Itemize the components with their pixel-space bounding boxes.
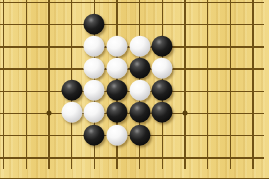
- board-intersection[interactable]: [0, 0, 15, 14]
- board-intersection[interactable]: [60, 102, 83, 124]
- board-intersection[interactable]: [38, 80, 61, 102]
- board-intersection[interactable]: [242, 58, 265, 80]
- board-intersection[interactable]: [128, 80, 151, 102]
- board-intersection[interactable]: [15, 125, 38, 147]
- board-intersection[interactable]: [219, 102, 242, 124]
- board-intersection[interactable]: [128, 125, 151, 147]
- board-intersection[interactable]: [151, 147, 174, 169]
- board-intersection[interactable]: [60, 58, 83, 80]
- board-intersection[interactable]: [60, 36, 83, 58]
- white-stone: [106, 36, 127, 57]
- board-intersection[interactable]: [242, 147, 265, 169]
- board-intersection[interactable]: [151, 125, 174, 147]
- black-stone: [61, 80, 82, 101]
- black-stone: [106, 102, 127, 123]
- board-intersection[interactable]: [15, 58, 38, 80]
- board-intersection[interactable]: [106, 80, 129, 102]
- board-intersection[interactable]: [242, 125, 265, 147]
- board-intersection[interactable]: [83, 147, 106, 169]
- black-stone: [129, 124, 150, 145]
- board-intersection[interactable]: [128, 58, 151, 80]
- board-intersection[interactable]: [196, 80, 219, 102]
- board-intersection[interactable]: [0, 125, 15, 147]
- black-stone: [152, 36, 173, 57]
- board-intersection[interactable]: [151, 58, 174, 80]
- white-stone: [129, 36, 150, 57]
- board-intersection[interactable]: [242, 14, 265, 36]
- board-intersection[interactable]: [242, 0, 265, 14]
- board-intersection[interactable]: [219, 14, 242, 36]
- board-intersection[interactable]: [174, 58, 197, 80]
- board-intersection[interactable]: [106, 14, 129, 36]
- board-intersection[interactable]: [83, 125, 106, 147]
- board-intersection[interactable]: [174, 147, 197, 169]
- board-intersection[interactable]: [151, 80, 174, 102]
- board-intersection[interactable]: [38, 36, 61, 58]
- board-intersection[interactable]: [196, 14, 219, 36]
- board-intersection[interactable]: [106, 0, 129, 14]
- board-intersection[interactable]: [219, 36, 242, 58]
- board-intersection[interactable]: [0, 58, 15, 80]
- board-intersection[interactable]: [106, 147, 129, 169]
- board-intersection[interactable]: [151, 0, 174, 14]
- board-intersection[interactable]: [128, 36, 151, 58]
- board-intersection[interactable]: [242, 36, 265, 58]
- board-intersection[interactable]: [151, 36, 174, 58]
- board-intersection[interactable]: [174, 0, 197, 14]
- board-intersection[interactable]: [60, 125, 83, 147]
- board-intersection[interactable]: [0, 14, 15, 36]
- board-intersection[interactable]: [219, 58, 242, 80]
- black-stone: [152, 102, 173, 123]
- board-intersection[interactable]: [242, 80, 265, 102]
- black-stone: [152, 80, 173, 101]
- board-intersection[interactable]: [60, 0, 83, 14]
- board-intersection[interactable]: [128, 147, 151, 169]
- board-intersection[interactable]: [0, 80, 15, 102]
- board-intersection[interactable]: [38, 58, 61, 80]
- board-intersection[interactable]: [128, 14, 151, 36]
- board-intersection[interactable]: [15, 36, 38, 58]
- white-stone: [152, 58, 173, 79]
- board-intersection[interactable]: [0, 147, 15, 169]
- black-stone: [106, 80, 127, 101]
- white-stone: [106, 124, 127, 145]
- white-stone: [129, 80, 150, 101]
- board-intersection[interactable]: [0, 36, 15, 58]
- white-stone: [106, 58, 127, 79]
- board-intersection[interactable]: [15, 0, 38, 14]
- board-intersection[interactable]: [15, 102, 38, 124]
- go-board: [0, 0, 269, 179]
- white-stone: [84, 80, 105, 101]
- board-intersection[interactable]: [174, 102, 197, 124]
- board-intersection[interactable]: [15, 14, 38, 36]
- black-stone: [129, 102, 150, 123]
- grid-line-bottom-edge: [0, 178, 269, 179]
- board-intersection[interactable]: [219, 147, 242, 169]
- board-intersection[interactable]: [38, 125, 61, 147]
- board-intersection[interactable]: [196, 147, 219, 169]
- board-intersection[interactable]: [38, 147, 61, 169]
- go-board-grid: [0, 0, 264, 169]
- board-intersection[interactable]: [106, 36, 129, 58]
- board-intersection[interactable]: [128, 0, 151, 14]
- board-intersection[interactable]: [196, 102, 219, 124]
- board-intersection[interactable]: [174, 80, 197, 102]
- board-intersection[interactable]: [60, 14, 83, 36]
- board-intersection[interactable]: [83, 58, 106, 80]
- board-intersection[interactable]: [174, 36, 197, 58]
- board-intersection[interactable]: [15, 147, 38, 169]
- board-intersection[interactable]: [196, 0, 219, 14]
- black-stone: [84, 124, 105, 145]
- board-intersection[interactable]: [38, 14, 61, 36]
- board-intersection[interactable]: [196, 36, 219, 58]
- board-intersection[interactable]: [219, 125, 242, 147]
- black-stone: [129, 58, 150, 79]
- board-intersection[interactable]: [83, 102, 106, 124]
- board-intersection[interactable]: [0, 102, 15, 124]
- board-intersection[interactable]: [83, 80, 106, 102]
- board-intersection[interactable]: [174, 125, 197, 147]
- white-stone: [84, 36, 105, 57]
- board-intersection[interactable]: [151, 102, 174, 124]
- board-intersection[interactable]: [83, 14, 106, 36]
- board-intersection[interactable]: [242, 102, 265, 124]
- board-intersection[interactable]: [60, 80, 83, 102]
- board-intersection[interactable]: [15, 80, 38, 102]
- board-intersection[interactable]: [106, 125, 129, 147]
- board-intersection[interactable]: [106, 58, 129, 80]
- board-intersection[interactable]: [128, 102, 151, 124]
- white-stone: [61, 102, 82, 123]
- board-intersection[interactable]: [106, 102, 129, 124]
- board-intersection[interactable]: [38, 0, 61, 14]
- board-intersection[interactable]: [174, 14, 197, 36]
- board-intersection[interactable]: [83, 0, 106, 14]
- board-intersection[interactable]: [151, 14, 174, 36]
- board-intersection[interactable]: [83, 36, 106, 58]
- board-intersection[interactable]: [219, 80, 242, 102]
- board-intersection[interactable]: [196, 58, 219, 80]
- board-intersection[interactable]: [38, 102, 61, 124]
- board-intersection[interactable]: [60, 147, 83, 169]
- board-intersection[interactable]: [219, 0, 242, 14]
- white-stone: [84, 58, 105, 79]
- board-intersection[interactable]: [196, 125, 219, 147]
- star-point: [183, 111, 188, 116]
- star-point: [46, 111, 51, 116]
- white-stone: [84, 102, 105, 123]
- black-stone: [84, 13, 105, 34]
